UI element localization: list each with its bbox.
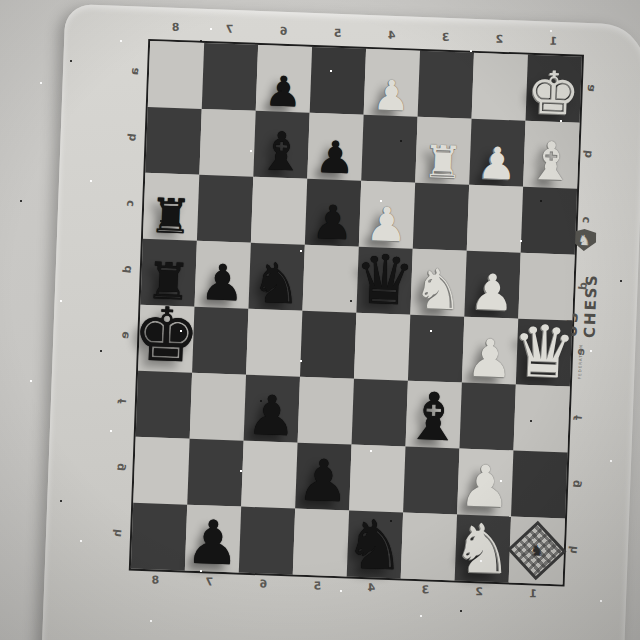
coordinate-labels: 88aa77bb66cc55dd44ee33ff22gg11hh — [66, 4, 640, 25]
square-d6[interactable]: ♞ — [248, 243, 304, 311]
rank-label-top-2: 2 — [492, 33, 506, 47]
square-c5[interactable]: ♟ — [305, 179, 361, 247]
square-d5[interactable] — [302, 245, 358, 313]
square-b1[interactable]: ♝ — [523, 121, 579, 189]
file-label-left-f: f — [115, 393, 130, 408]
white-knight-h2: ♞ — [451, 517, 514, 582]
square-e7[interactable] — [192, 307, 248, 375]
file-label-right-g: g — [569, 476, 584, 491]
rank-label-top-5: 5 — [330, 27, 344, 41]
white-pawn-g2: ♟ — [458, 461, 511, 516]
square-h5[interactable] — [293, 509, 349, 577]
photo-scene: ♟♟♚♝♟♜♟♝♜♟♟♜♟♞♛♞♟♚♟♛♟♝♟♟♟♞♞♞ 88aa77bb66c… — [0, 0, 640, 640]
square-e1[interactable]: ♛ — [516, 319, 572, 387]
square-a1[interactable]: ♚ — [526, 55, 582, 123]
square-b6[interactable]: ♝ — [253, 111, 309, 179]
white-knight-d3: ♞ — [412, 263, 464, 316]
black-bishop-f3: ♝ — [403, 385, 464, 448]
square-h1[interactable]: ♞ — [509, 516, 565, 584]
rank-label-bottom-7: 7 — [202, 575, 216, 589]
us-chess-corner-diamond-logo: ♞ — [507, 521, 566, 580]
white-rook-b3: ♜ — [422, 141, 464, 184]
square-d2[interactable]: ♟ — [464, 251, 520, 319]
square-e6[interactable] — [246, 309, 302, 377]
black-knight-h4: ♞ — [343, 513, 406, 578]
file-label-right-a: a — [583, 80, 598, 95]
square-h6[interactable] — [239, 507, 295, 575]
square-e3[interactable] — [408, 315, 464, 383]
file-label-left-d: d — [120, 262, 135, 277]
black-queen-d4: ♛ — [353, 249, 416, 314]
square-b2[interactable]: ♟ — [469, 119, 525, 187]
square-d4[interactable]: ♛ — [356, 247, 412, 315]
square-c4[interactable]: ♟ — [359, 181, 415, 249]
black-pawn-g5: ♟ — [296, 455, 349, 510]
square-h7[interactable]: ♟ — [185, 505, 241, 573]
square-c2[interactable] — [467, 185, 523, 253]
square-a5[interactable] — [310, 47, 366, 115]
square-b4[interactable] — [361, 115, 417, 183]
square-a6[interactable]: ♟ — [256, 45, 312, 113]
square-e5[interactable] — [300, 311, 356, 379]
film-grain-white — [0, 0, 2, 2]
rank-label-top-7: 7 — [223, 23, 237, 37]
square-c1[interactable] — [521, 187, 577, 255]
rank-label-bottom-5: 5 — [310, 579, 324, 593]
file-label-left-a: a — [127, 64, 142, 79]
black-pawn-b5: ♟ — [315, 138, 356, 180]
square-g5[interactable]: ♟ — [295, 443, 351, 511]
us-chess-subtext: FEDERATION — [577, 344, 583, 379]
black-pawn-h7: ♟ — [185, 514, 241, 571]
white-pawn-e2: ♟ — [466, 334, 515, 384]
chess-board: ♟♟♚♝♟♜♟♝♜♟♟♜♟♞♛♞♟♚♟♛♟♝♟♟♟♞♞♞ — [129, 39, 584, 587]
square-f7[interactable] — [190, 373, 246, 441]
square-h3[interactable] — [401, 513, 457, 581]
file-label-left-h: h — [110, 525, 125, 540]
white-pawn-a4: ♟ — [372, 76, 411, 115]
square-a8[interactable] — [148, 41, 204, 109]
file-label-left-b: b — [125, 130, 140, 145]
rank-label-bottom-8: 8 — [148, 573, 162, 587]
square-e8[interactable]: ♚ — [138, 305, 194, 373]
rank-label-top-3: 3 — [438, 31, 452, 45]
file-label-left-g: g — [113, 459, 128, 474]
black-bishop-b6: ♝ — [257, 127, 306, 177]
file-label-left-e: e — [118, 328, 133, 343]
square-c8[interactable]: ♜ — [143, 173, 199, 241]
square-g8[interactable] — [133, 437, 189, 505]
square-h8[interactable] — [131, 503, 187, 571]
square-f3[interactable]: ♝ — [406, 381, 462, 449]
shield-knight-icon: ♞ — [578, 233, 591, 247]
square-f1[interactable] — [513, 385, 569, 453]
white-pawn-b2: ♟ — [476, 143, 517, 185]
white-bishop-b1: ♝ — [526, 137, 575, 187]
film-grain-dark — [0, 0, 2, 2]
square-b3[interactable]: ♜ — [415, 117, 471, 185]
rank-label-bottom-3: 3 — [418, 583, 432, 597]
square-f2[interactable] — [459, 383, 515, 451]
square-b7[interactable] — [199, 109, 255, 177]
square-a2[interactable] — [472, 53, 528, 121]
white-queen-e1: ♛ — [511, 317, 578, 385]
square-h2[interactable]: ♞ — [455, 515, 511, 583]
square-a3[interactable] — [418, 51, 474, 119]
rank-label-bottom-6: 6 — [256, 577, 270, 591]
square-a7[interactable] — [202, 43, 258, 111]
square-g1[interactable] — [511, 451, 567, 519]
us-chess-shield-icon: ♞ — [572, 229, 597, 252]
square-g2[interactable]: ♟ — [457, 449, 513, 517]
square-c3[interactable] — [413, 183, 469, 251]
rank-label-bottom-1: 1 — [526, 587, 540, 601]
corner-logo-knight-icon: ♞ — [518, 532, 555, 569]
vinyl-chess-mat: ♟♟♚♝♟♜♟♝♜♟♟♜♟♞♛♞♟♚♟♛♟♝♟♟♟♞♞♞ 88aa77bb66c… — [42, 4, 640, 640]
file-label-right-c: c — [578, 212, 593, 227]
rank-label-top-6: 6 — [277, 25, 291, 39]
square-c7[interactable] — [197, 175, 253, 243]
black-pawn-a6: ♟ — [264, 72, 303, 111]
square-e4[interactable] — [354, 313, 410, 381]
black-king-e8: ♚ — [132, 301, 201, 372]
square-d7[interactable]: ♟ — [194, 241, 250, 309]
square-e2[interactable]: ♟ — [462, 317, 518, 385]
black-pawn-f6: ♟ — [246, 389, 297, 441]
square-a4[interactable]: ♟ — [364, 49, 420, 117]
file-label-right-h: h — [566, 542, 581, 557]
black-rook-c8: ♜ — [149, 194, 193, 239]
square-c6[interactable] — [251, 177, 307, 245]
white-king-a1: ♚ — [526, 65, 581, 121]
square-g4[interactable] — [349, 445, 405, 513]
file-label-right-b: b — [581, 146, 596, 161]
square-h4[interactable]: ♞ — [347, 511, 403, 579]
black-pawn-c5: ♟ — [311, 201, 355, 246]
square-f8[interactable] — [136, 371, 192, 439]
file-label-left-c: c — [123, 196, 138, 211]
square-f4[interactable] — [352, 379, 408, 447]
square-g3[interactable] — [403, 447, 459, 515]
square-f6[interactable]: ♟ — [244, 375, 300, 443]
rank-label-top-1: 1 — [546, 35, 560, 49]
square-d3[interactable]: ♞ — [410, 249, 466, 317]
rank-label-top-8: 8 — [169, 21, 183, 35]
white-pawn-d2: ♟ — [469, 270, 515, 317]
square-f5[interactable] — [298, 377, 354, 445]
file-label-right-f: f — [571, 410, 586, 425]
square-g6[interactable] — [241, 441, 297, 509]
square-g7[interactable] — [187, 439, 243, 507]
square-b8[interactable] — [145, 107, 201, 175]
black-knight-d6: ♞ — [251, 257, 303, 310]
black-pawn-d7: ♟ — [199, 260, 245, 307]
rank-label-top-4: 4 — [384, 29, 398, 43]
square-b5[interactable]: ♟ — [307, 113, 363, 181]
